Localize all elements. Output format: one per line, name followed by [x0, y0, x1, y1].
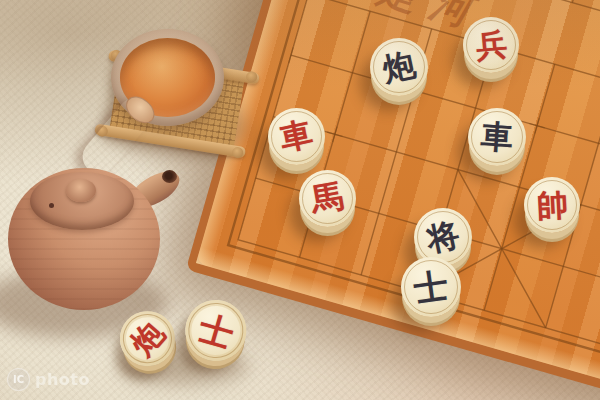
- piece-red-soldier[interactable]: 兵: [463, 17, 519, 82]
- piece-face: 炮: [114, 305, 181, 372]
- piece-red-horse[interactable]: 馬: [299, 170, 356, 236]
- piece-face: 士: [401, 257, 461, 317]
- piece-face: 車: [468, 108, 526, 166]
- piece-character: 兵: [474, 28, 508, 62]
- ic-logo-icon: IC: [7, 368, 30, 391]
- piece-face: 士: [183, 297, 248, 362]
- piece-character: 帥: [536, 189, 569, 222]
- piece-red-advisor[interactable]: 士: [182, 297, 248, 372]
- piece-black-chariot[interactable]: 車: [468, 108, 526, 175]
- piece-character: 士: [194, 309, 236, 351]
- piece-character: 馬: [308, 179, 345, 216]
- piece-black-advisor[interactable]: 士: [401, 257, 461, 327]
- piece-red-chariot[interactable]: 車: [268, 108, 325, 174]
- photo-scene: 楚河 漢界 炮兵車車馬帥将士炮士 IC photo: [0, 0, 600, 400]
- piece-red-cannon[interactable]: 炮: [114, 305, 183, 380]
- piece-face: 車: [268, 108, 325, 165]
- pieces-layer: 炮兵車車馬帥将士炮士: [0, 0, 600, 400]
- piece-character: 炮: [125, 316, 169, 360]
- piece-character: 士: [412, 268, 450, 306]
- piece-face: 馬: [299, 170, 356, 227]
- piece-character: 炮: [380, 48, 418, 86]
- piece-character: 車: [277, 117, 315, 155]
- piece-character: 車: [480, 120, 514, 154]
- piece-face: 帥: [524, 177, 580, 233]
- piece-face: 炮: [370, 38, 428, 96]
- piece-red-general[interactable]: 帥: [524, 177, 580, 242]
- piece-black-cannon[interactable]: 炮: [370, 38, 428, 105]
- piece-face: 兵: [463, 17, 519, 73]
- watermark-text: photo: [35, 370, 90, 389]
- piece-character: 将: [424, 218, 462, 256]
- watermark: IC photo: [7, 368, 90, 391]
